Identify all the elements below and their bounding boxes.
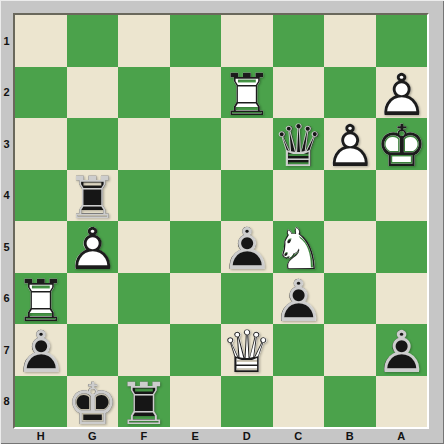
square-c3[interactable]: ♛♕: [273, 118, 325, 170]
square-h6[interactable]: ♜♖: [15, 273, 67, 325]
square-h8[interactable]: [15, 376, 67, 428]
rank-label-4: 4: [0, 170, 13, 222]
square-g1[interactable]: [67, 15, 119, 67]
piece-black-pawn-c6[interactable]: ♟♙: [273, 273, 325, 325]
piece-white-pawn-b3[interactable]: ♟♙: [324, 118, 376, 170]
square-c1[interactable]: [273, 15, 325, 67]
square-a5[interactable]: [376, 221, 428, 273]
square-f5[interactable]: [118, 221, 170, 273]
piece-black-pawn-a7[interactable]: ♟♙: [376, 324, 428, 376]
square-d7[interactable]: ♛♕: [221, 324, 273, 376]
square-b5[interactable]: [324, 221, 376, 273]
piece-white-rook-h6[interactable]: ♜♖: [15, 273, 67, 325]
square-e2[interactable]: [170, 67, 222, 119]
square-d3[interactable]: [221, 118, 273, 170]
file-label-h: H: [15, 429, 67, 443]
square-g6[interactable]: [67, 273, 119, 325]
board-frame: ♜♖♟♙♛♕♟♙♚♔♜♖♟♙♟♙♞♘♜♖♟♙♟♙♛♕♟♙♚♔♜♖: [13, 13, 429, 429]
file-label-a: A: [376, 429, 428, 443]
square-e8[interactable]: [170, 376, 222, 428]
rank-labels: 12345678: [0, 15, 13, 427]
file-label-f: F: [118, 429, 170, 443]
square-f7[interactable]: [118, 324, 170, 376]
rank-label-3: 3: [0, 118, 13, 170]
square-f6[interactable]: [118, 273, 170, 325]
square-g7[interactable]: [67, 324, 119, 376]
piece-white-rook-d2[interactable]: ♜♖: [221, 67, 273, 119]
piece-black-rook-f8[interactable]: ♜♖: [118, 376, 170, 428]
square-d8[interactable]: [221, 376, 273, 428]
file-label-e: E: [170, 429, 222, 443]
square-f8[interactable]: ♜♖: [118, 376, 170, 428]
piece-black-queen-c3[interactable]: ♛♕: [273, 118, 325, 170]
piece-white-pawn-g5[interactable]: ♟♙: [67, 221, 119, 273]
rank-label-2: 2: [0, 67, 13, 119]
square-e6[interactable]: [170, 273, 222, 325]
square-a8[interactable]: [376, 376, 428, 428]
file-label-c: C: [273, 429, 325, 443]
square-g8[interactable]: ♚♔: [67, 376, 119, 428]
rank-label-8: 8: [0, 376, 13, 428]
piece-white-knight-c5[interactable]: ♞♘: [273, 221, 325, 273]
square-f1[interactable]: [118, 15, 170, 67]
square-g5[interactable]: ♟♙: [67, 221, 119, 273]
square-g4[interactable]: ♜♖: [67, 170, 119, 222]
piece-black-rook-g4[interactable]: ♜♖: [67, 170, 119, 222]
file-label-b: B: [324, 429, 376, 443]
square-d1[interactable]: [221, 15, 273, 67]
square-b2[interactable]: [324, 67, 376, 119]
diagram-panel: 12345678 ♜♖♟♙♛♕♟♙♚♔♜♖♟♙♟♙♞♘♜♖♟♙♟♙♛♕♟♙♚♔♜…: [0, 0, 444, 444]
square-a4[interactable]: [376, 170, 428, 222]
piece-black-pawn-h7[interactable]: ♟♙: [15, 324, 67, 376]
square-a3[interactable]: ♚♔: [376, 118, 428, 170]
square-f4[interactable]: [118, 170, 170, 222]
file-label-d: D: [221, 429, 273, 443]
square-h1[interactable]: [15, 15, 67, 67]
square-h4[interactable]: [15, 170, 67, 222]
square-c2[interactable]: [273, 67, 325, 119]
square-c6[interactable]: ♟♙: [273, 273, 325, 325]
square-d2[interactable]: ♜♖: [221, 67, 273, 119]
square-d6[interactable]: [221, 273, 273, 325]
square-g2[interactable]: [67, 67, 119, 119]
piece-black-pawn-d5[interactable]: ♟♙: [221, 221, 273, 273]
square-a6[interactable]: [376, 273, 428, 325]
rank-label-6: 6: [0, 273, 13, 325]
square-e7[interactable]: [170, 324, 222, 376]
rank-label-7: 7: [0, 324, 13, 376]
square-e5[interactable]: [170, 221, 222, 273]
square-g3[interactable]: [67, 118, 119, 170]
square-e4[interactable]: [170, 170, 222, 222]
piece-white-queen-d7[interactable]: ♛♕: [221, 324, 273, 376]
square-b4[interactable]: [324, 170, 376, 222]
piece-black-king-g8[interactable]: ♚♔: [67, 376, 119, 428]
square-c7[interactable]: [273, 324, 325, 376]
square-b3[interactable]: ♟♙: [324, 118, 376, 170]
square-f3[interactable]: [118, 118, 170, 170]
chess-board: ♜♖♟♙♛♕♟♙♚♔♜♖♟♙♟♙♞♘♜♖♟♙♟♙♛♕♟♙♚♔♜♖: [15, 15, 427, 427]
square-f2[interactable]: [118, 67, 170, 119]
rank-label-5: 5: [0, 221, 13, 273]
file-labels: HGFEDCBA: [15, 429, 427, 443]
square-b6[interactable]: [324, 273, 376, 325]
square-c5[interactable]: ♞♘: [273, 221, 325, 273]
piece-white-king-a3[interactable]: ♚♔: [376, 118, 428, 170]
rank-label-1: 1: [0, 15, 13, 67]
square-e1[interactable]: [170, 15, 222, 67]
square-h3[interactable]: [15, 118, 67, 170]
square-h5[interactable]: [15, 221, 67, 273]
square-a7[interactable]: ♟♙: [376, 324, 428, 376]
square-e3[interactable]: [170, 118, 222, 170]
square-b7[interactable]: [324, 324, 376, 376]
square-c4[interactable]: [273, 170, 325, 222]
file-label-g: G: [67, 429, 119, 443]
square-h7[interactable]: ♟♙: [15, 324, 67, 376]
piece-white-pawn-a2[interactable]: ♟♙: [376, 67, 428, 119]
square-b1[interactable]: [324, 15, 376, 67]
square-d5[interactable]: ♟♙: [221, 221, 273, 273]
square-c8[interactable]: [273, 376, 325, 428]
square-a2[interactable]: ♟♙: [376, 67, 428, 119]
square-a1[interactable]: [376, 15, 428, 67]
square-b8[interactable]: [324, 376, 376, 428]
square-h2[interactable]: [15, 67, 67, 119]
square-d4[interactable]: [221, 170, 273, 222]
